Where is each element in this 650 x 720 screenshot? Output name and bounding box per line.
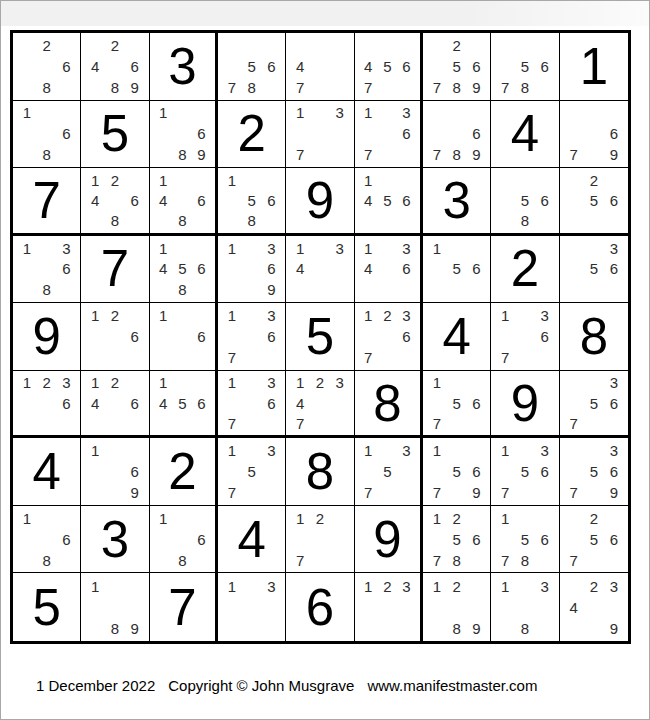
candidate-digit: 6 xyxy=(467,393,487,413)
candidate-digit: 8 xyxy=(37,144,57,165)
candidate-digit: 1 xyxy=(222,373,242,393)
candidate-digit: 6 xyxy=(467,461,487,482)
candidate-digit: 8 xyxy=(242,210,262,230)
candidate-digit: 6 xyxy=(192,393,211,413)
candidate-digit: 6 xyxy=(535,529,555,550)
candidate-digit: 6 xyxy=(262,393,282,413)
candidate-digit: 3 xyxy=(604,440,624,461)
candidate-digit: 4 xyxy=(85,56,105,77)
cell-r1c4[interactable]: 5678 xyxy=(218,33,286,101)
candidate-grid: 5678 xyxy=(491,33,558,100)
candidate-digit: 2 xyxy=(105,170,125,190)
candidate-digit: 6 xyxy=(192,190,211,210)
candidate-digit: 6 xyxy=(397,56,416,77)
candidate-digit: 1 xyxy=(85,440,105,461)
candidate-grid: 679 xyxy=(560,101,628,168)
candidate-digit: 1 xyxy=(85,170,105,190)
candidate-digit: 8 xyxy=(447,77,467,98)
candidate-digit: 1 xyxy=(17,238,37,259)
cell-r5c3[interactable]: 16 xyxy=(150,303,218,371)
candidate-digit: 2 xyxy=(105,373,125,393)
candidate-grid: 256789 xyxy=(423,33,490,100)
candidate-grid: 1357 xyxy=(218,438,285,505)
candidate-grid: 134 xyxy=(286,236,353,303)
candidate-digit: 7 xyxy=(564,482,584,503)
candidate-grid: 138 xyxy=(491,573,558,641)
candidate-digit: 1 xyxy=(154,508,173,529)
cell-r7c6[interactable]: 1357 xyxy=(355,438,423,506)
candidate-grid: 12367 xyxy=(355,303,420,370)
screenshot-root: 2682468935678474567256789567811685168921… xyxy=(0,0,650,720)
given-digit: 8 xyxy=(355,371,420,436)
cell-r1c2[interactable]: 24689 xyxy=(81,33,149,101)
candidate-digit: 2 xyxy=(447,35,467,56)
given-digit: 1 xyxy=(560,33,628,100)
candidate-digit: 6 xyxy=(397,123,416,144)
given-digit: 5 xyxy=(81,101,148,168)
candidate-digit: 5 xyxy=(378,461,397,482)
given-digit: 8 xyxy=(286,438,353,505)
candidate-grid: 2349 xyxy=(560,573,628,641)
cell-r7c3[interactable]: 2 xyxy=(150,438,218,506)
candidate-grid: 1367 xyxy=(355,101,420,168)
cell-r3c3[interactable]: 1468 xyxy=(150,168,218,236)
given-digit: 7 xyxy=(13,168,80,233)
cell-r9c6[interactable]: 123 xyxy=(355,573,423,641)
candidate-digit: 6 xyxy=(262,190,282,210)
cell-r8c6[interactable]: 9 xyxy=(355,506,423,574)
candidate-digit: 8 xyxy=(173,279,192,300)
candidate-digit: 6 xyxy=(604,529,624,550)
candidate-digit: 3 xyxy=(604,238,624,259)
candidate-digit: 1 xyxy=(359,440,378,461)
candidate-digit: 7 xyxy=(222,413,242,433)
candidate-digit: 3 xyxy=(604,373,624,393)
candidate-digit: 1 xyxy=(290,508,310,529)
candidate-digit: 5 xyxy=(584,190,604,210)
candidate-digit: 7 xyxy=(290,77,310,98)
candidate-digit: 3 xyxy=(262,238,282,259)
candidate-digit: 5 xyxy=(515,529,535,550)
cell-r4c5[interactable]: 134 xyxy=(286,236,354,304)
candidate-digit: 8 xyxy=(173,550,192,571)
cell-r6c2[interactable]: 1246 xyxy=(81,371,149,439)
candidate-digit: 5 xyxy=(584,393,604,413)
candidate-digit: 6 xyxy=(57,123,77,144)
cell-r9c5[interactable]: 6 xyxy=(286,573,354,641)
cell-r1c7[interactable]: 256789 xyxy=(423,33,491,101)
candidate-digit: 1 xyxy=(222,575,242,596)
candidate-digit: 6 xyxy=(57,393,77,413)
window-top-strip xyxy=(1,1,649,26)
candidate-digit: 8 xyxy=(447,144,467,165)
candidate-digit: 5 xyxy=(584,259,604,280)
candidate-digit: 4 xyxy=(85,190,105,210)
candidate-grid: 568 xyxy=(491,168,558,233)
candidate-digit: 2 xyxy=(378,305,397,326)
given-digit: 5 xyxy=(286,303,353,370)
candidate-digit: 1 xyxy=(154,305,173,326)
candidate-digit: 2 xyxy=(447,508,467,529)
candidate-digit: 4 xyxy=(359,190,378,210)
cell-r2c2[interactable]: 5 xyxy=(81,101,149,169)
cell-r8c3[interactable]: 168 xyxy=(150,506,218,574)
candidate-digit: 5 xyxy=(242,190,262,210)
candidate-digit: 8 xyxy=(515,618,535,639)
candidate-digit: 9 xyxy=(604,618,624,639)
footer-website[interactable]: www.manifestmaster.com xyxy=(367,677,537,694)
candidate-digit: 3 xyxy=(262,440,282,461)
candidate-digit: 6 xyxy=(125,56,145,77)
candidate-grid: 169 xyxy=(81,438,148,505)
cell-r9c1[interactable]: 5 xyxy=(13,573,81,641)
candidate-digit: 9 xyxy=(604,482,624,503)
cell-r1c3[interactable]: 3 xyxy=(150,33,218,101)
candidate-digit: 8 xyxy=(105,210,125,230)
cell-r7c4[interactable]: 1357 xyxy=(218,438,286,506)
candidate-grid: 356 xyxy=(560,236,628,303)
candidate-digit: 1 xyxy=(427,508,447,529)
candidate-digit: 7 xyxy=(495,482,515,503)
cell-r4c3[interactable]: 14568 xyxy=(150,236,218,304)
candidate-digit: 7 xyxy=(427,482,447,503)
candidate-digit: 8 xyxy=(515,210,535,230)
candidate-digit: 6 xyxy=(467,56,487,77)
candidate-digit: 5 xyxy=(447,56,467,77)
cell-r5c2[interactable]: 126 xyxy=(81,303,149,371)
candidate-grid: 1246 xyxy=(81,371,148,436)
cell-r5c7[interactable]: 4 xyxy=(423,303,491,371)
cell-r1c1[interactable]: 268 xyxy=(13,33,81,101)
candidate-digit: 8 xyxy=(242,77,262,98)
cell-r3c6[interactable]: 1456 xyxy=(355,168,423,236)
cell-r2c8[interactable]: 4 xyxy=(491,101,559,169)
cell-r2c7[interactable]: 6789 xyxy=(423,101,491,169)
candidate-digit: 3 xyxy=(397,305,416,326)
cell-r7c8[interactable]: 13567 xyxy=(491,438,559,506)
candidate-digit: 7 xyxy=(495,550,515,571)
given-digit: 7 xyxy=(150,573,215,641)
candidate-grid: 1369 xyxy=(218,236,285,303)
cell-r3c5[interactable]: 9 xyxy=(286,168,354,236)
candidate-digit: 1 xyxy=(495,508,515,529)
given-digit: 9 xyxy=(286,168,353,233)
candidate-grid: 13 xyxy=(218,573,285,641)
candidate-digit: 5 xyxy=(584,461,604,482)
cell-r4c7[interactable]: 156 xyxy=(423,236,491,304)
cell-r7c5[interactable]: 8 xyxy=(286,438,354,506)
cell-r4c4[interactable]: 1369 xyxy=(218,236,286,304)
candidate-digit: 7 xyxy=(222,482,242,503)
cell-r6c1[interactable]: 1236 xyxy=(13,371,81,439)
candidate-digit: 7 xyxy=(290,413,310,433)
cell-r4c1[interactable]: 1368 xyxy=(13,236,81,304)
candidate-digit: 7 xyxy=(427,550,447,571)
given-digit: 9 xyxy=(13,303,80,370)
candidate-digit: 7 xyxy=(359,77,378,98)
candidate-grid: 1367 xyxy=(491,303,558,370)
candidate-digit: 1 xyxy=(359,575,378,596)
candidate-digit: 1 xyxy=(290,103,310,124)
candidate-grid: 12347 xyxy=(286,371,353,436)
candidate-grid: 5678 xyxy=(218,33,285,100)
cell-r5c8[interactable]: 1367 xyxy=(491,303,559,371)
candidate-digit: 1 xyxy=(290,373,310,393)
candidate-digit: 9 xyxy=(125,77,145,98)
candidate-digit: 1 xyxy=(427,373,447,393)
cell-r1c5[interactable]: 47 xyxy=(286,33,354,101)
candidate-digit: 5 xyxy=(242,461,262,482)
candidate-digit: 4 xyxy=(154,393,173,413)
candidate-digit: 6 xyxy=(467,259,487,280)
candidate-digit: 1 xyxy=(222,170,242,190)
cell-r3c4[interactable]: 1568 xyxy=(218,168,286,236)
cell-r9c2[interactable]: 189 xyxy=(81,573,149,641)
candidate-digit: 5 xyxy=(447,529,467,550)
candidate-digit: 3 xyxy=(604,575,624,596)
cell-r9c9[interactable]: 2349 xyxy=(560,573,628,641)
cell-r5c4[interactable]: 1367 xyxy=(218,303,286,371)
cell-r2c6[interactable]: 1367 xyxy=(355,101,423,169)
candidate-digit: 6 xyxy=(535,326,555,347)
candidate-digit: 6 xyxy=(397,259,416,280)
cell-r3c7[interactable]: 3 xyxy=(423,168,491,236)
cell-r3c9[interactable]: 256 xyxy=(560,168,628,236)
candidate-digit: 9 xyxy=(192,144,211,165)
candidate-digit: 7 xyxy=(359,482,378,503)
candidate-digit: 2 xyxy=(584,170,604,190)
candidate-digit: 8 xyxy=(173,144,192,165)
candidate-digit: 2 xyxy=(447,575,467,596)
candidate-digit: 6 xyxy=(192,326,211,347)
candidate-digit: 6 xyxy=(604,461,624,482)
cell-r5c6[interactable]: 12367 xyxy=(355,303,423,371)
candidate-grid: 127 xyxy=(286,506,353,573)
cell-r7c1[interactable]: 4 xyxy=(13,438,81,506)
candidate-digit: 6 xyxy=(535,56,555,77)
candidate-digit: 1 xyxy=(85,305,105,326)
candidate-digit: 8 xyxy=(447,618,467,639)
given-digit: 2 xyxy=(491,236,558,303)
cell-r2c3[interactable]: 1689 xyxy=(150,101,218,169)
candidate-digit: 1 xyxy=(154,103,173,124)
candidate-grid: 1367 xyxy=(218,371,285,436)
cell-r1c9[interactable]: 1 xyxy=(560,33,628,101)
cell-r9c7[interactable]: 1289 xyxy=(423,573,491,641)
candidate-digit: 6 xyxy=(125,326,145,347)
candidate-digit: 6 xyxy=(192,123,211,144)
candidate-digit: 3 xyxy=(330,373,350,393)
cell-r8c1[interactable]: 168 xyxy=(13,506,81,574)
cell-r4c2[interactable]: 7 xyxy=(81,236,149,304)
candidate-digit: 1 xyxy=(427,440,447,461)
candidate-digit: 1 xyxy=(359,238,378,259)
candidate-digit: 6 xyxy=(397,190,416,210)
candidate-grid: 1456 xyxy=(355,168,420,233)
candidate-digit: 7 xyxy=(359,144,378,165)
footer-date: 1 December 2022 xyxy=(36,677,155,694)
candidate-grid: 35679 xyxy=(560,438,628,505)
candidate-grid: 2567 xyxy=(560,506,628,573)
candidate-digit: 6 xyxy=(397,326,416,347)
cell-r8c8[interactable]: 15678 xyxy=(491,506,559,574)
candidate-digit: 2 xyxy=(584,575,604,596)
cell-r1c6[interactable]: 4567 xyxy=(355,33,423,101)
candidate-grid: 47 xyxy=(286,33,353,100)
candidate-digit: 6 xyxy=(57,529,77,550)
candidate-digit: 9 xyxy=(125,482,145,503)
candidate-grid: 168 xyxy=(13,101,80,168)
cell-r8c9[interactable]: 2567 xyxy=(560,506,628,574)
candidate-digit: 9 xyxy=(604,144,624,165)
candidate-digit: 2 xyxy=(105,305,125,326)
candidate-digit: 6 xyxy=(262,259,282,280)
given-digit: 9 xyxy=(491,371,558,436)
candidate-digit: 1 xyxy=(222,440,242,461)
cell-r9c3[interactable]: 7 xyxy=(150,573,218,641)
candidate-digit: 6 xyxy=(192,259,211,280)
cell-r6c8[interactable]: 9 xyxy=(491,371,559,439)
candidate-grid: 126 xyxy=(81,303,148,370)
candidate-digit: 7 xyxy=(427,144,447,165)
candidate-digit: 2 xyxy=(37,35,57,56)
candidate-digit: 8 xyxy=(515,77,535,98)
cell-r5c1[interactable]: 9 xyxy=(13,303,81,371)
candidate-grid: 12468 xyxy=(81,168,148,233)
candidate-digit: 9 xyxy=(467,482,487,503)
candidate-digit: 7 xyxy=(564,413,584,433)
candidate-digit: 3 xyxy=(330,238,350,259)
cell-r6c7[interactable]: 1567 xyxy=(423,371,491,439)
given-digit: 3 xyxy=(423,168,490,233)
candidate-grid: 16 xyxy=(150,303,215,370)
cell-r3c1[interactable]: 7 xyxy=(13,168,81,236)
cell-r1c8[interactable]: 5678 xyxy=(491,33,559,101)
candidate-digit: 2 xyxy=(378,575,397,596)
candidate-grid: 4567 xyxy=(355,33,420,100)
candidate-grid: 1236 xyxy=(13,371,80,436)
candidate-digit: 8 xyxy=(37,550,57,571)
candidate-grid: 168 xyxy=(13,506,80,573)
candidate-digit: 8 xyxy=(105,77,125,98)
candidate-digit: 8 xyxy=(447,550,467,571)
candidate-grid: 1357 xyxy=(355,438,420,505)
candidate-digit: 3 xyxy=(262,575,282,596)
candidate-digit: 8 xyxy=(37,77,57,98)
cell-r6c6[interactable]: 8 xyxy=(355,371,423,439)
candidate-digit: 2 xyxy=(310,508,330,529)
candidate-digit: 5 xyxy=(378,56,397,77)
candidate-digit: 3 xyxy=(397,103,416,124)
cell-r5c5[interactable]: 5 xyxy=(286,303,354,371)
candidate-digit: 1 xyxy=(359,305,378,326)
cell-r8c4[interactable]: 4 xyxy=(218,506,286,574)
candidate-grid: 24689 xyxy=(81,33,148,100)
candidate-digit: 6 xyxy=(125,461,145,482)
candidate-digit: 3 xyxy=(397,238,416,259)
candidate-digit: 7 xyxy=(564,144,584,165)
candidate-digit: 7 xyxy=(290,144,310,165)
candidate-grid: 1456 xyxy=(150,371,215,436)
candidate-grid: 13567 xyxy=(491,438,558,505)
given-digit: 3 xyxy=(150,33,215,100)
candidate-digit: 4 xyxy=(359,259,378,280)
candidate-grid: 14568 xyxy=(150,236,215,303)
candidate-digit: 1 xyxy=(154,373,173,393)
cell-r8c7[interactable]: 125678 xyxy=(423,506,491,574)
candidate-digit: 7 xyxy=(427,413,447,433)
cell-r8c5[interactable]: 127 xyxy=(286,506,354,574)
cell-r4c6[interactable]: 1346 xyxy=(355,236,423,304)
candidate-digit: 6 xyxy=(604,259,624,280)
candidate-digit: 5 xyxy=(447,393,467,413)
candidate-grid: 125678 xyxy=(423,506,490,573)
candidate-digit: 3 xyxy=(535,305,555,326)
given-digit: 7 xyxy=(81,236,148,303)
candidate-digit: 9 xyxy=(467,77,487,98)
candidate-digit: 1 xyxy=(17,373,37,393)
candidate-grid: 1367 xyxy=(218,303,285,370)
candidate-digit: 1 xyxy=(495,305,515,326)
given-digit: 4 xyxy=(423,303,490,370)
cell-r2c1[interactable]: 168 xyxy=(13,101,81,169)
candidate-digit: 9 xyxy=(467,144,487,165)
given-digit: 4 xyxy=(218,506,285,573)
candidate-grid: 1468 xyxy=(150,168,215,233)
cell-r6c4[interactable]: 1367 xyxy=(218,371,286,439)
footer-copyright: Copyright © John Musgrave xyxy=(168,677,354,694)
candidate-grid: 15678 xyxy=(491,506,558,573)
candidate-digit: 4 xyxy=(154,259,173,280)
candidate-digit: 6 xyxy=(262,326,282,347)
candidate-digit: 1 xyxy=(222,238,242,259)
candidate-grid: 168 xyxy=(150,506,215,573)
cell-r9c8[interactable]: 138 xyxy=(491,573,559,641)
candidate-digit: 1 xyxy=(85,575,105,596)
cell-r5c9[interactable]: 8 xyxy=(560,303,628,371)
candidate-digit: 2 xyxy=(310,373,330,393)
cell-r2c4[interactable]: 2 xyxy=(218,101,286,169)
candidate-digit: 8 xyxy=(37,279,57,300)
candidate-grid: 1289 xyxy=(423,573,490,641)
cell-r6c5[interactable]: 12347 xyxy=(286,371,354,439)
cell-r4c9[interactable]: 356 xyxy=(560,236,628,304)
given-digit: 2 xyxy=(218,101,285,168)
cell-r3c2[interactable]: 12468 xyxy=(81,168,149,236)
cell-r2c5[interactable]: 137 xyxy=(286,101,354,169)
cell-r6c3[interactable]: 1456 xyxy=(150,371,218,439)
cell-r3c8[interactable]: 568 xyxy=(491,168,559,236)
candidate-digit: 7 xyxy=(564,550,584,571)
candidate-digit: 6 xyxy=(57,56,77,77)
cell-r6c9[interactable]: 3567 xyxy=(560,371,628,439)
candidate-digit: 1 xyxy=(154,170,173,190)
candidate-digit: 6 xyxy=(192,529,211,550)
candidate-digit: 2 xyxy=(584,508,604,529)
cell-r2c9[interactable]: 679 xyxy=(560,101,628,169)
cell-r7c9[interactable]: 35679 xyxy=(560,438,628,506)
candidate-digit: 6 xyxy=(467,123,487,144)
candidate-digit: 5 xyxy=(378,190,397,210)
candidate-digit: 6 xyxy=(125,393,145,413)
cell-r4c8[interactable]: 2 xyxy=(491,236,559,304)
candidate-digit: 7 xyxy=(495,77,515,98)
cell-r9c4[interactable]: 13 xyxy=(218,573,286,641)
candidate-digit: 6 xyxy=(57,259,77,280)
cell-r8c2[interactable]: 3 xyxy=(81,506,149,574)
cell-r7c7[interactable]: 15679 xyxy=(423,438,491,506)
cell-r7c2[interactable]: 169 xyxy=(81,438,149,506)
